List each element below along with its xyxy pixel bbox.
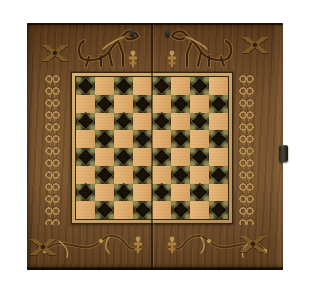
square-a3 [76, 166, 95, 184]
square-g4 [190, 148, 209, 166]
square-h5 [209, 130, 228, 148]
square-g1 [190, 201, 209, 219]
square-a6 [76, 113, 95, 131]
square-h7 [209, 95, 228, 113]
square-h2 [209, 184, 228, 202]
square-e7 [152, 95, 171, 113]
square-b5 [95, 130, 114, 148]
square-c5 [114, 130, 133, 148]
square-f3 [171, 166, 190, 184]
crossed-daggers-icon [242, 37, 268, 53]
square-a2 [76, 184, 95, 202]
square-e5 [152, 130, 171, 148]
square-e4 [152, 148, 171, 166]
square-h8 [209, 77, 228, 95]
vine-scroll-carvings-icon [39, 225, 271, 267]
crossed-daggers-icon [240, 236, 266, 252]
crossed-daggers-icon [30, 239, 56, 255]
square-b7 [95, 95, 114, 113]
square-g7 [190, 95, 209, 113]
square-h4 [209, 148, 228, 166]
square-d8 [133, 77, 152, 95]
square-g6 [190, 113, 209, 131]
square-e1 [152, 201, 171, 219]
crossed-daggers-icon [42, 45, 68, 61]
square-a5 [76, 130, 95, 148]
square-d4 [133, 148, 152, 166]
chain-border-right-icon [238, 73, 256, 225]
square-d7 [133, 95, 152, 113]
square-b6 [95, 113, 114, 131]
fold-seam [151, 23, 153, 270]
square-f7 [171, 95, 190, 113]
square-d6 [133, 113, 152, 131]
square-f4 [171, 148, 190, 166]
square-g3 [190, 166, 209, 184]
chain-border-left-icon [44, 73, 62, 225]
square-f5 [171, 130, 190, 148]
square-c2 [114, 184, 133, 202]
square-c4 [114, 148, 133, 166]
square-f1 [171, 201, 190, 219]
square-d5 [133, 130, 152, 148]
square-g5 [190, 130, 209, 148]
square-b3 [95, 166, 114, 184]
square-c3 [114, 166, 133, 184]
square-c1 [114, 201, 133, 219]
square-c8 [114, 77, 133, 95]
square-a1 [76, 201, 95, 219]
square-b8 [95, 77, 114, 95]
square-e6 [152, 113, 171, 131]
square-c7 [114, 95, 133, 113]
lion-carvings-icon [55, 25, 255, 71]
square-e8 [152, 77, 171, 95]
hinge-pin-icon [165, 29, 170, 37]
square-d3 [133, 166, 152, 184]
square-f2 [171, 184, 190, 202]
square-a4 [76, 148, 95, 166]
wooden-chessboard-photo [27, 23, 283, 270]
square-g8 [190, 77, 209, 95]
square-b4 [95, 148, 114, 166]
square-e3 [152, 166, 171, 184]
square-d1 [133, 201, 152, 219]
square-a8 [76, 77, 95, 95]
square-f8 [171, 77, 190, 95]
square-h3 [209, 166, 228, 184]
square-b2 [95, 184, 114, 202]
clasp-latch-icon [279, 145, 288, 162]
square-h1 [209, 201, 228, 219]
square-b1 [95, 201, 114, 219]
hinge-pin-icon [130, 29, 135, 37]
square-f6 [171, 113, 190, 131]
square-a7 [76, 95, 95, 113]
square-g2 [190, 184, 209, 202]
square-e2 [152, 184, 171, 202]
square-h6 [209, 113, 228, 131]
square-c6 [114, 113, 133, 131]
square-d2 [133, 184, 152, 202]
